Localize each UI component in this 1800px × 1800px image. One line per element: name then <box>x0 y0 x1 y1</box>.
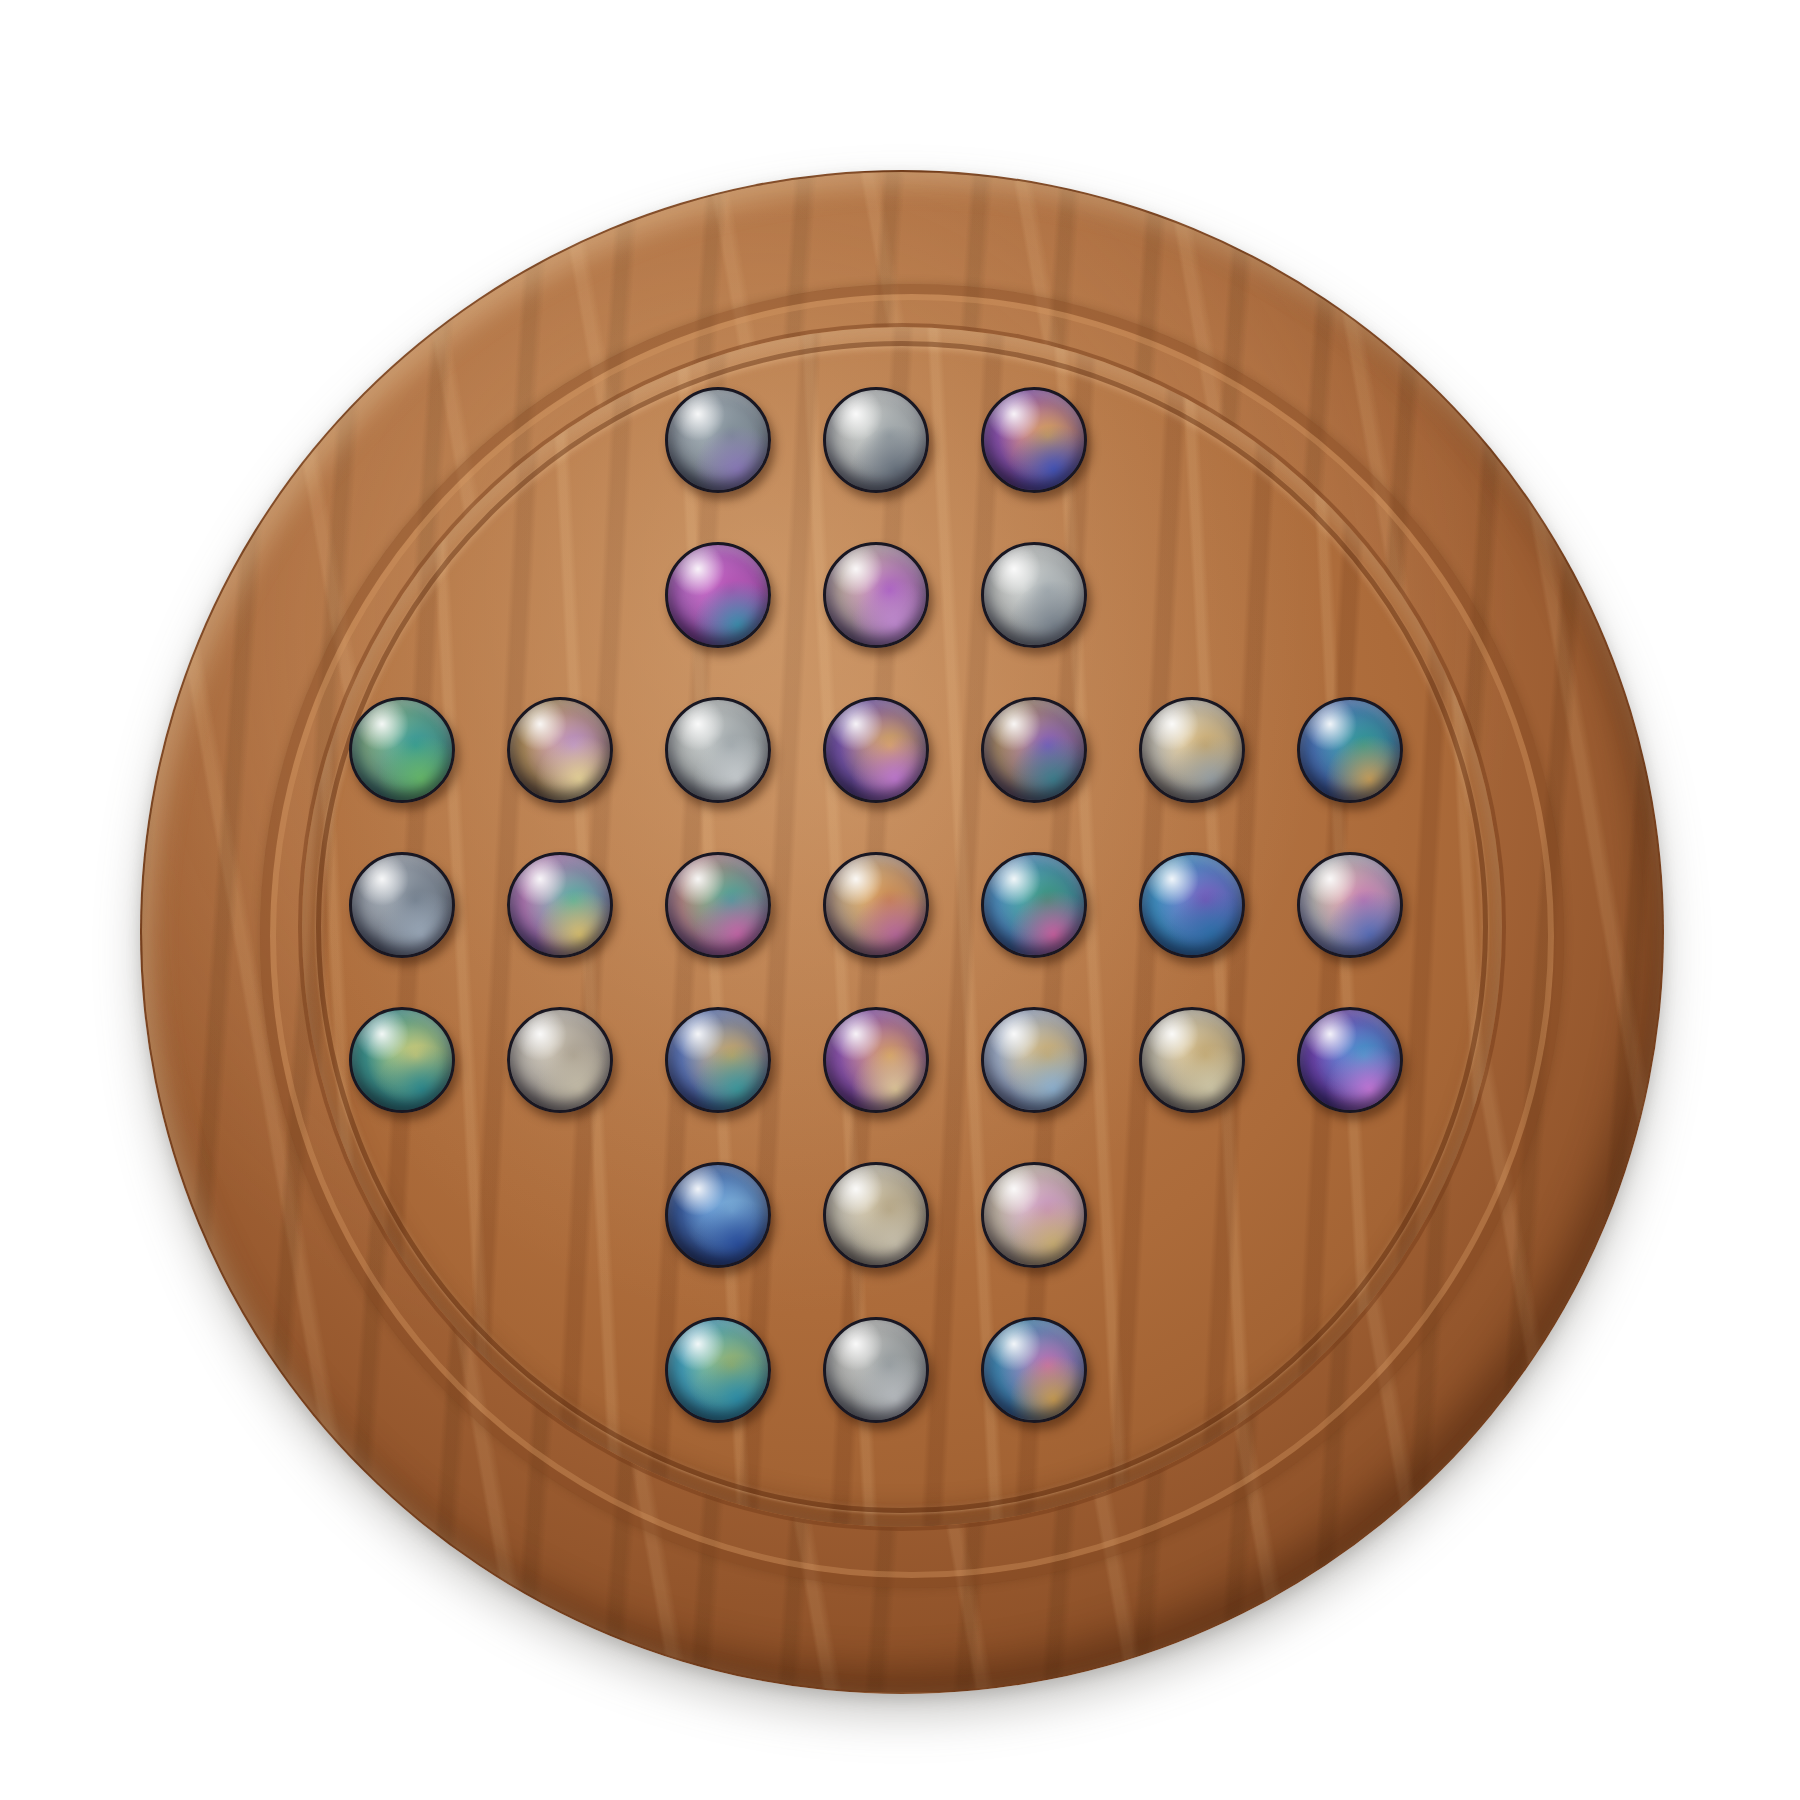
board-hole <box>481 827 639 982</box>
marble-chrome-silver[interactable] <box>823 1317 929 1423</box>
board-corner <box>1113 1292 1271 1447</box>
board-hole <box>797 1137 955 1292</box>
marble-pastel-pink-gold[interactable] <box>981 1162 1087 1268</box>
board-hole <box>323 982 481 1137</box>
marble-purple-magenta-gold[interactable] <box>823 1007 929 1113</box>
board-hole <box>1271 672 1429 827</box>
board-hole <box>955 517 1113 672</box>
board-corner <box>481 1292 639 1447</box>
board-corner <box>1113 362 1271 517</box>
board-corner <box>1271 517 1429 672</box>
marble-blue-teal-gold[interactable] <box>1297 697 1403 803</box>
board-corner <box>481 362 639 517</box>
marble-blue-gold-rainbow[interactable] <box>665 1007 771 1113</box>
board-hole <box>1271 827 1429 982</box>
marble-indigo-blue[interactable] <box>665 1162 771 1268</box>
marble-chrome-white[interactable] <box>823 1162 929 1268</box>
marble-gold-lavender[interactable] <box>507 697 613 803</box>
board-corner <box>323 1292 481 1447</box>
marble-blue-teal-purple[interactable] <box>1139 852 1245 958</box>
board-hole <box>955 672 1113 827</box>
marble-pink-teal-rainbow[interactable] <box>507 852 613 958</box>
marble-silver-cream[interactable] <box>507 1007 613 1113</box>
board-hole <box>323 672 481 827</box>
board-recess <box>302 327 1502 1527</box>
board-corner <box>1271 362 1429 517</box>
marble-purple-amber[interactable] <box>823 697 929 803</box>
marble-teal-green-gold[interactable] <box>349 697 455 803</box>
board-hole <box>639 982 797 1137</box>
marble-dark-steel[interactable] <box>349 852 455 958</box>
board-hole <box>1271 982 1429 1137</box>
marble-gold-violet[interactable] <box>981 697 1087 803</box>
board-hole <box>797 672 955 827</box>
marble-steel-silver[interactable] <box>665 387 771 493</box>
board-hole <box>481 982 639 1137</box>
board-corner <box>1113 1137 1271 1292</box>
board-hole <box>797 362 955 517</box>
board-hole <box>1113 672 1271 827</box>
board-hole <box>323 827 481 982</box>
board-hole <box>955 982 1113 1137</box>
board-hole <box>797 517 955 672</box>
board-corner <box>1271 1137 1429 1292</box>
board-corner <box>323 362 481 517</box>
board-hole <box>639 672 797 827</box>
board-hole <box>639 1292 797 1447</box>
board-hole <box>481 672 639 827</box>
board-corner <box>323 1137 481 1292</box>
board-hole <box>639 1137 797 1292</box>
marble-gold-teal-rainbow[interactable] <box>665 852 771 958</box>
marble-teal-yellow[interactable] <box>349 1007 455 1113</box>
marble-rainbow-teal-magenta[interactable] <box>981 1317 1087 1423</box>
solitaire-board <box>140 170 1664 1694</box>
marble-purple-cream[interactable] <box>823 542 929 648</box>
marble-teal-aqua-gold[interactable] <box>665 1317 771 1423</box>
marble-purple-gold[interactable] <box>981 387 1087 493</box>
board-hole <box>955 827 1113 982</box>
board-hole <box>1113 827 1271 982</box>
board-hole <box>797 982 955 1137</box>
board-corner <box>1271 1292 1429 1447</box>
board-hole <box>955 1292 1113 1447</box>
marble-chrome-silver[interactable] <box>665 697 771 803</box>
marble-gold-cream[interactable] <box>823 852 929 958</box>
board-hole <box>639 517 797 672</box>
board-hole <box>1113 982 1271 1137</box>
board-corner <box>481 517 639 672</box>
board-hole <box>797 1292 955 1447</box>
board-hole <box>639 827 797 982</box>
marble-white-gold[interactable] <box>1139 697 1245 803</box>
board-hole <box>955 362 1113 517</box>
board-hole <box>955 1137 1113 1292</box>
board-hole <box>797 827 955 982</box>
marble-chrome-gold[interactable] <box>1139 1007 1245 1113</box>
marble-blue-green-rainbow[interactable] <box>981 852 1087 958</box>
board-corner <box>323 517 481 672</box>
marble-chrome-silver[interactable] <box>823 387 929 493</box>
board-hole <box>639 362 797 517</box>
peg-grid <box>323 362 1429 1447</box>
marble-pale-blue-gold[interactable] <box>981 1007 1087 1113</box>
marble-magenta-blue[interactable] <box>665 542 771 648</box>
photo-scene <box>0 0 1800 1800</box>
marble-violet-teal[interactable] <box>1297 1007 1403 1113</box>
board-corner <box>481 1137 639 1292</box>
marble-cream-magenta[interactable] <box>1297 852 1403 958</box>
marble-chrome-white[interactable] <box>981 542 1087 648</box>
board-corner <box>1113 517 1271 672</box>
